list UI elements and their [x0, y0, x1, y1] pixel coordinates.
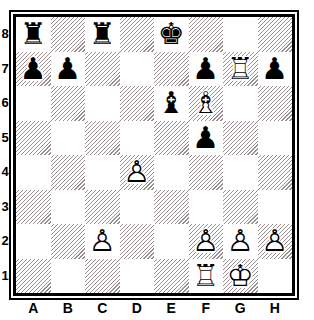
square-b3[interactable] [51, 190, 86, 225]
square-e3[interactable] [154, 190, 189, 225]
black-pawn: ♟♟ [258, 52, 293, 87]
square-c8[interactable]: ♜♜ [85, 17, 120, 52]
black-pawn-glyph: ♟ [51, 52, 86, 87]
white-rook: ♜♖ [223, 52, 258, 87]
square-f2[interactable]: ♟♙ [189, 224, 224, 259]
black-pawn-glyph: ♟ [189, 121, 224, 156]
black-pawn-glyph: ♟ [258, 52, 293, 87]
black-pawn-glyph: ♟ [189, 52, 224, 87]
square-g5[interactable] [223, 121, 258, 156]
square-h4[interactable] [258, 155, 293, 190]
square-a6[interactable] [16, 86, 51, 121]
black-pawn-glyph: ♟ [16, 52, 51, 87]
white-bishop-glyph: ♗ [189, 86, 224, 121]
file-label-h: H [258, 300, 293, 316]
white-pawn-glyph: ♙ [223, 224, 258, 259]
square-c1[interactable] [85, 259, 120, 294]
white-rook: ♜♖ [189, 259, 224, 294]
white-pawn-glyph: ♙ [85, 224, 120, 259]
board-frame: ♜♜♜♜♚♚♟♟♟♟♟♟♜♖♟♟♝♝♝♗♟♟♟♙♟♙♟♙♟♙♟♙♜♖♚♔ [9, 10, 299, 300]
file-label-a: A [16, 300, 51, 316]
black-pawn: ♟♟ [189, 52, 224, 87]
file-label-d: D [120, 300, 155, 316]
square-d2[interactable] [120, 224, 155, 259]
white-pawn: ♟♙ [189, 224, 224, 259]
square-c2[interactable]: ♟♙ [85, 224, 120, 259]
square-g7[interactable]: ♜♖ [223, 52, 258, 87]
square-f4[interactable] [189, 155, 224, 190]
white-pawn: ♟♙ [85, 224, 120, 259]
square-e4[interactable] [154, 155, 189, 190]
square-d5[interactable] [120, 121, 155, 156]
square-g1[interactable]: ♚♔ [223, 259, 258, 294]
board-inner-frame: ♜♜♜♜♚♚♟♟♟♟♟♟♜♖♟♟♝♝♝♗♟♟♟♙♟♙♟♙♟♙♟♙♜♖♚♔ [13, 14, 295, 296]
file-labels: ABCDEFGH [16, 300, 292, 316]
square-b2[interactable] [51, 224, 86, 259]
white-rook-glyph: ♖ [223, 52, 258, 87]
square-e7[interactable] [154, 52, 189, 87]
square-d7[interactable] [120, 52, 155, 87]
square-h8[interactable] [258, 17, 293, 52]
square-c5[interactable] [85, 121, 120, 156]
black-bishop-glyph: ♝ [154, 86, 189, 121]
square-d8[interactable] [120, 17, 155, 52]
square-g8[interactable] [223, 17, 258, 52]
black-bishop: ♝♝ [154, 86, 189, 121]
square-b4[interactable] [51, 155, 86, 190]
square-f5[interactable]: ♟♟ [189, 121, 224, 156]
square-f3[interactable] [189, 190, 224, 225]
square-c6[interactable] [85, 86, 120, 121]
square-b8[interactable] [51, 17, 86, 52]
square-h1[interactable] [258, 259, 293, 294]
black-rook-glyph: ♜ [85, 17, 120, 52]
square-a5[interactable] [16, 121, 51, 156]
white-pawn: ♟♙ [223, 224, 258, 259]
square-a7[interactable]: ♟♟ [16, 52, 51, 87]
square-b7[interactable]: ♟♟ [51, 52, 86, 87]
square-e8[interactable]: ♚♚ [154, 17, 189, 52]
square-b5[interactable] [51, 121, 86, 156]
white-pawn-glyph: ♙ [120, 155, 155, 190]
black-pawn: ♟♟ [16, 52, 51, 87]
square-f6[interactable]: ♝♗ [189, 86, 224, 121]
square-h3[interactable] [258, 190, 293, 225]
file-label-g: G [223, 300, 258, 316]
square-f8[interactable] [189, 17, 224, 52]
square-h5[interactable] [258, 121, 293, 156]
square-d4[interactable]: ♟♙ [120, 155, 155, 190]
square-f1[interactable]: ♜♖ [189, 259, 224, 294]
square-h6[interactable] [258, 86, 293, 121]
square-b1[interactable] [51, 259, 86, 294]
white-pawn: ♟♙ [120, 155, 155, 190]
file-label-c: C [85, 300, 120, 316]
black-rook: ♜♜ [16, 17, 51, 52]
square-a8[interactable]: ♜♜ [16, 17, 51, 52]
square-g6[interactable] [223, 86, 258, 121]
file-label-f: F [189, 300, 224, 316]
square-a1[interactable] [16, 259, 51, 294]
black-rook-glyph: ♜ [16, 17, 51, 52]
white-king-glyph: ♔ [223, 259, 258, 294]
white-bishop: ♝♗ [189, 86, 224, 121]
file-label-e: E [154, 300, 189, 316]
square-d1[interactable] [120, 259, 155, 294]
square-d3[interactable] [120, 190, 155, 225]
white-pawn-glyph: ♙ [189, 224, 224, 259]
white-king: ♚♔ [223, 259, 258, 294]
square-e2[interactable] [154, 224, 189, 259]
square-a2[interactable] [16, 224, 51, 259]
black-king-glyph: ♚ [154, 17, 189, 52]
square-e6[interactable]: ♝♝ [154, 86, 189, 121]
square-h7[interactable]: ♟♟ [258, 52, 293, 87]
square-c3[interactable] [85, 190, 120, 225]
square-b6[interactable] [51, 86, 86, 121]
square-c4[interactable] [85, 155, 120, 190]
square-g2[interactable]: ♟♙ [223, 224, 258, 259]
chess-diagram-page: 87654321 ♜♜♜♜♚♚♟♟♟♟♟♟♜♖♟♟♝♝♝♗♟♟♟♙♟♙♟♙♟♙♟… [0, 0, 314, 320]
square-e1[interactable] [154, 259, 189, 294]
white-pawn: ♟♙ [258, 224, 293, 259]
black-rook: ♜♜ [85, 17, 120, 52]
square-a4[interactable] [16, 155, 51, 190]
square-e5[interactable] [154, 121, 189, 156]
black-pawn: ♟♟ [189, 121, 224, 156]
chess-board: ♜♜♜♜♚♚♟♟♟♟♟♟♜♖♟♟♝♝♝♗♟♟♟♙♟♙♟♙♟♙♟♙♜♖♚♔ [16, 17, 292, 293]
white-rook-glyph: ♖ [189, 259, 224, 294]
square-d6[interactable] [120, 86, 155, 121]
square-f7[interactable]: ♟♟ [189, 52, 224, 87]
black-pawn: ♟♟ [51, 52, 86, 87]
file-label-b: B [51, 300, 86, 316]
square-c7[interactable] [85, 52, 120, 87]
square-g4[interactable] [223, 155, 258, 190]
white-pawn-glyph: ♙ [258, 224, 293, 259]
black-king: ♚♚ [154, 17, 189, 52]
square-h2[interactable]: ♟♙ [258, 224, 293, 259]
square-a3[interactable] [16, 190, 51, 225]
square-g3[interactable] [223, 190, 258, 225]
